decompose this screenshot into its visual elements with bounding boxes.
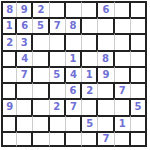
sudoku-cell[interactable]: 2	[82, 82, 98, 98]
sudoku-cell[interactable]	[50, 50, 66, 66]
sudoku-cell[interactable]: 8	[1, 1, 17, 17]
given-digit: 6	[70, 86, 77, 96]
sudoku-cell[interactable]	[33, 98, 49, 114]
sudoku-cell[interactable]: 6	[66, 82, 82, 98]
given-digit: 1	[6, 21, 13, 31]
given-digit: 8	[102, 54, 109, 64]
sudoku-cell[interactable]	[1, 82, 17, 98]
sudoku-cell[interactable]: 2	[1, 33, 17, 49]
sudoku-cell[interactable]	[98, 98, 114, 114]
sudoku-cell[interactable]	[50, 33, 66, 49]
sudoku-cell[interactable]: 4	[66, 66, 82, 82]
sudoku-cell[interactable]	[115, 33, 131, 49]
sudoku-cell[interactable]	[82, 1, 98, 17]
sudoku-cell[interactable]	[1, 115, 17, 131]
sudoku-cell[interactable]	[98, 115, 114, 131]
sudoku-cell[interactable]	[66, 1, 82, 17]
sudoku-cell[interactable]	[50, 131, 66, 147]
sudoku-cell[interactable]	[17, 82, 33, 98]
sudoku-cell[interactable]	[115, 66, 131, 82]
given-digit: 3	[21, 38, 28, 48]
sudoku-cell[interactable]: 7	[17, 66, 33, 82]
sudoku-cell[interactable]	[82, 98, 98, 114]
sudoku-cell[interactable]	[131, 131, 147, 147]
sudoku-cell[interactable]	[1, 66, 17, 82]
sudoku-cell[interactable]	[33, 33, 49, 49]
given-digit: 9	[102, 70, 109, 80]
sudoku-cell[interactable]	[115, 50, 131, 66]
given-digit: 9	[21, 5, 28, 15]
sudoku-cell[interactable]	[17, 131, 33, 147]
sudoku-cell[interactable]	[66, 33, 82, 49]
given-digit: 5	[134, 102, 141, 112]
sudoku-cell[interactable]: 8	[98, 50, 114, 66]
sudoku-cell[interactable]: 7	[66, 98, 82, 114]
given-digit: 6	[21, 21, 28, 31]
sudoku-cell[interactable]: 7	[115, 82, 131, 98]
sudoku-cell[interactable]: 3	[17, 33, 33, 49]
sudoku-cell[interactable]	[131, 33, 147, 49]
given-digit: 5	[86, 119, 93, 129]
sudoku-cell[interactable]: 9	[17, 1, 33, 17]
sudoku-cell[interactable]: 1	[66, 50, 82, 66]
given-digit: 9	[6, 102, 13, 112]
given-digit: 7	[119, 86, 126, 96]
sudoku-cell[interactable]	[131, 66, 147, 82]
sudoku-board: 89261657823418754196279275517	[1, 1, 147, 147]
sudoku-cell[interactable]: 2	[50, 98, 66, 114]
given-digit: 7	[70, 102, 77, 112]
sudoku-cell[interactable]: 1	[82, 66, 98, 82]
sudoku-cell[interactable]	[131, 115, 147, 131]
sudoku-cell[interactable]	[115, 98, 131, 114]
sudoku-cell[interactable]	[66, 115, 82, 131]
sudoku-cell[interactable]: 5	[82, 115, 98, 131]
sudoku-cell[interactable]	[131, 1, 147, 17]
sudoku-cell[interactable]	[98, 33, 114, 49]
sudoku-cell[interactable]	[66, 131, 82, 147]
sudoku-cell[interactable]	[33, 115, 49, 131]
given-digit: 5	[37, 21, 44, 31]
given-digit: 8	[70, 21, 77, 31]
sudoku-cell[interactable]	[131, 50, 147, 66]
sudoku-cell[interactable]: 1	[1, 17, 17, 33]
given-digit: 7	[54, 21, 61, 31]
given-digit: 2	[86, 86, 93, 96]
sudoku-cell[interactable]: 9	[1, 98, 17, 114]
sudoku-cell[interactable]	[131, 17, 147, 33]
sudoku-cell[interactable]	[82, 17, 98, 33]
sudoku-cell[interactable]: 8	[66, 17, 82, 33]
sudoku-cell[interactable]	[82, 33, 98, 49]
sudoku-cell[interactable]	[50, 1, 66, 17]
sudoku-cell[interactable]	[1, 50, 17, 66]
sudoku-cell[interactable]: 4	[17, 50, 33, 66]
sudoku-cell[interactable]: 7	[50, 17, 66, 33]
given-digit: 1	[119, 119, 126, 129]
sudoku-cell[interactable]: 9	[98, 66, 114, 82]
sudoku-cell[interactable]	[33, 66, 49, 82]
sudoku-cell[interactable]	[115, 131, 131, 147]
sudoku-cell[interactable]	[33, 50, 49, 66]
given-digit: 6	[102, 5, 109, 15]
sudoku-cell[interactable]	[82, 131, 98, 147]
given-digit: 5	[53, 70, 60, 80]
sudoku-cell[interactable]	[131, 82, 147, 98]
sudoku-cell[interactable]: 7	[98, 131, 114, 147]
given-digit: 1	[70, 54, 77, 64]
sudoku-cell[interactable]: 2	[33, 1, 49, 17]
sudoku-cell[interactable]: 6	[98, 1, 114, 17]
given-digit: 4	[70, 70, 77, 80]
sudoku-cell[interactable]: 5	[33, 17, 49, 33]
given-digit: 7	[21, 70, 28, 80]
sudoku-cell[interactable]	[82, 50, 98, 66]
sudoku-cell[interactable]: 1	[115, 115, 131, 131]
sudoku-cell[interactable]	[50, 115, 66, 131]
sudoku-cell[interactable]: 5	[50, 66, 66, 82]
sudoku-cell[interactable]	[1, 131, 17, 147]
sudoku-cell[interactable]	[115, 1, 131, 17]
sudoku-cell[interactable]	[33, 82, 49, 98]
sudoku-cell[interactable]	[33, 131, 49, 147]
sudoku-cell[interactable]	[115, 17, 131, 33]
sudoku-cell[interactable]: 5	[131, 98, 147, 114]
given-digit: 7	[102, 134, 109, 144]
sudoku-cell[interactable]	[98, 17, 114, 33]
sudoku-cell[interactable]: 6	[17, 17, 33, 33]
sudoku-cell[interactable]	[17, 98, 33, 114]
given-digit: 2	[6, 38, 13, 48]
given-digit: 2	[53, 102, 60, 112]
sudoku-cell[interactable]	[50, 82, 66, 98]
given-digit: 2	[38, 5, 45, 15]
sudoku-cell[interactable]	[17, 115, 33, 131]
given-digit: 1	[86, 70, 93, 80]
given-digit: 8	[6, 5, 13, 15]
sudoku-cell[interactable]	[98, 82, 114, 98]
given-digit: 4	[21, 54, 28, 64]
